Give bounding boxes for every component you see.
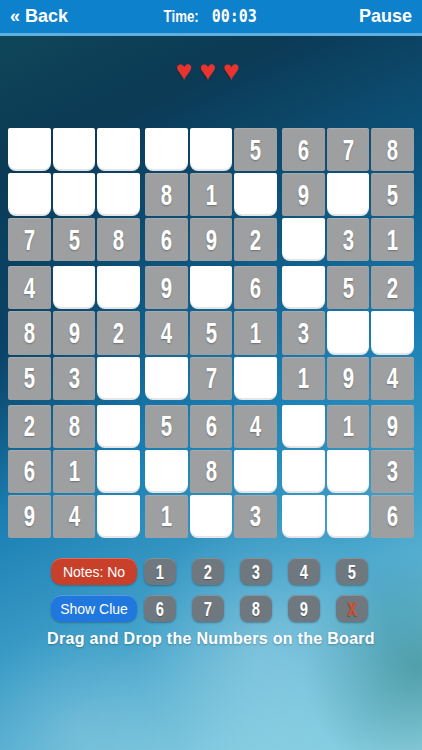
- cell-digit: 1: [387, 223, 398, 257]
- cell-digit: 3: [342, 223, 353, 257]
- number-button-label: 2: [204, 560, 212, 584]
- number-button-label: 3: [252, 560, 260, 584]
- cell-r8c5[interactable]: 8: [190, 450, 233, 493]
- cell-digit: 9: [298, 178, 309, 212]
- cell-r2c8[interactable]: [327, 173, 370, 216]
- cell-digit: 1: [342, 409, 353, 443]
- cell-digit: 9: [387, 409, 398, 443]
- cell-r6c3[interactable]: [97, 357, 140, 400]
- cell-r4c4[interactable]: 9: [145, 266, 188, 309]
- cell-r6c8[interactable]: 9: [327, 357, 370, 400]
- cell-r5c4[interactable]: 4: [145, 311, 188, 354]
- number-button-6[interactable]: 6: [144, 595, 176, 622]
- cell-r2c4[interactable]: 8: [145, 173, 188, 216]
- cell-digit: 8: [68, 409, 79, 443]
- cell-digit: 8: [161, 178, 172, 212]
- cell-r2c9[interactable]: 5: [371, 173, 414, 216]
- lives-hearts: ♥♥♥: [0, 54, 422, 88]
- cell-r6c9[interactable]: 4: [371, 357, 414, 400]
- cell-digit: 8: [205, 454, 216, 488]
- number-button-label: 7: [204, 597, 212, 621]
- cell-digit: 9: [161, 271, 172, 305]
- number-button-label: 1: [156, 560, 164, 584]
- cell-r3c1[interactable]: 7: [8, 218, 51, 261]
- cell-digit: 4: [161, 316, 172, 350]
- number-button-3[interactable]: 3: [240, 558, 272, 585]
- time-value: 00:03: [211, 0, 256, 34]
- cell-digit: 6: [205, 409, 216, 443]
- cell-r6c2[interactable]: 3: [53, 357, 96, 400]
- cell-r1c3[interactable]: [97, 128, 140, 171]
- show-clue-button[interactable]: Show Clue: [51, 595, 137, 622]
- cell-r1c9[interactable]: 8: [371, 128, 414, 171]
- number-pad-row-2: 6789X: [144, 595, 368, 622]
- cell-r5c2[interactable]: 9: [53, 311, 96, 354]
- cell-digit: 1: [68, 454, 79, 488]
- cell-r4c8[interactable]: 5: [327, 266, 370, 309]
- board-box-4: 489253: [8, 266, 140, 399]
- cell-r1c6[interactable]: 5: [234, 128, 277, 171]
- cell-digit: 2: [24, 409, 35, 443]
- cell-r4c3[interactable]: [97, 266, 140, 309]
- cell-digit: 6: [298, 133, 309, 167]
- number-button-2[interactable]: 2: [192, 558, 224, 585]
- notes-toggle-button[interactable]: Notes: No: [51, 558, 137, 585]
- pause-button[interactable]: Pause: [359, 0, 412, 33]
- cell-r3c5[interactable]: 9: [190, 218, 233, 261]
- cell-r9c5[interactable]: [190, 495, 233, 538]
- cell-r5c8[interactable]: [327, 311, 370, 354]
- cell-digit: 5: [250, 133, 261, 167]
- top-bar: « Back Time: 00:03 Pause: [0, 0, 422, 36]
- cell-digit: 2: [113, 316, 124, 350]
- sudoku-app-screen: « Back Time: 00:03 Pause ♥♥♥ 75858169267…: [0, 0, 422, 750]
- number-button-7[interactable]: 7: [192, 595, 224, 622]
- cell-r2c2[interactable]: [53, 173, 96, 216]
- cell-r7c4[interactable]: 5: [145, 405, 188, 448]
- board-box-5: 964517: [145, 266, 277, 399]
- cell-r3c6[interactable]: 2: [234, 218, 277, 261]
- cell-digit: 4: [250, 409, 261, 443]
- cell-r4c5[interactable]: [190, 266, 233, 309]
- board-box-6: 523194: [282, 266, 414, 399]
- cell-r3c8[interactable]: 3: [327, 218, 370, 261]
- cell-r3c3[interactable]: 8: [97, 218, 140, 261]
- cell-r6c4[interactable]: [145, 357, 188, 400]
- cell-r1c5[interactable]: [190, 128, 233, 171]
- heart-icon: ♥: [176, 55, 200, 86]
- number-button-4[interactable]: 4: [288, 558, 320, 585]
- cell-r8c8[interactable]: [327, 450, 370, 493]
- cell-r9c9[interactable]: 6: [371, 495, 414, 538]
- cell-r9c1[interactable]: 9: [8, 495, 51, 538]
- cell-r5c1[interactable]: 8: [8, 311, 51, 354]
- cell-r9c6[interactable]: 3: [234, 495, 277, 538]
- drag-drop-hint: Drag and Drop the Numbers on the Board: [0, 630, 422, 648]
- cell-r8c2[interactable]: 1: [53, 450, 96, 493]
- sudoku-board: 7585816926789531489253964517523194286194…: [8, 128, 414, 538]
- cell-digit: 9: [68, 316, 79, 350]
- timer: Time: 00:03: [159, 0, 260, 33]
- cell-r4c1[interactable]: 4: [8, 266, 51, 309]
- cell-digit: 7: [24, 223, 35, 257]
- heart-icon: ♥: [223, 55, 247, 86]
- cell-r8c3[interactable]: [97, 450, 140, 493]
- cell-digit: 1: [161, 499, 172, 533]
- cell-r1c4[interactable]: [145, 128, 188, 171]
- cell-r6c5[interactable]: 7: [190, 357, 233, 400]
- number-button-8[interactable]: 8: [240, 595, 272, 622]
- cell-r1c7[interactable]: 6: [282, 128, 325, 171]
- cell-digit: 1: [250, 316, 261, 350]
- cell-r7c2[interactable]: 8: [53, 405, 96, 448]
- cell-r5c5[interactable]: 5: [190, 311, 233, 354]
- cell-r7c8[interactable]: 1: [327, 405, 370, 448]
- number-button-5[interactable]: 5: [336, 558, 368, 585]
- cell-r1c1[interactable]: [8, 128, 51, 171]
- number-button-label: 8: [252, 597, 260, 621]
- cell-r1c8[interactable]: 7: [327, 128, 370, 171]
- heart-icon: ♥: [199, 55, 223, 86]
- board-box-2: 581692: [145, 128, 277, 261]
- cell-r9c2[interactable]: 4: [53, 495, 96, 538]
- cell-r7c6[interactable]: 4: [234, 405, 277, 448]
- cell-r6c6[interactable]: [234, 357, 277, 400]
- cell-r9c7[interactable]: [282, 495, 325, 538]
- board-box-3: 6789531: [282, 128, 414, 261]
- cell-digit: 9: [205, 223, 216, 257]
- cell-digit: 6: [161, 223, 172, 257]
- cell-r8c1[interactable]: 6: [8, 450, 51, 493]
- cell-digit: 9: [24, 499, 35, 533]
- cell-r4c2[interactable]: [53, 266, 96, 309]
- cell-digit: 9: [342, 361, 353, 395]
- cell-digit: 2: [250, 223, 261, 257]
- cell-r9c8[interactable]: [327, 495, 370, 538]
- cell-r8c9[interactable]: 3: [371, 450, 414, 493]
- cell-digit: 5: [24, 361, 35, 395]
- board-box-7: 286194: [8, 405, 140, 538]
- cell-r2c6[interactable]: [234, 173, 277, 216]
- cell-digit: 5: [68, 223, 79, 257]
- cell-r3c7[interactable]: [282, 218, 325, 261]
- cell-r1c2[interactable]: [53, 128, 96, 171]
- cell-r2c1[interactable]: [8, 173, 51, 216]
- cell-digit: 4: [24, 271, 35, 305]
- cell-digit: 8: [113, 223, 124, 257]
- cell-r5c3[interactable]: 2: [97, 311, 140, 354]
- cell-r8c7[interactable]: [282, 450, 325, 493]
- cell-digit: 4: [387, 361, 398, 395]
- cell-digit: 4: [68, 499, 79, 533]
- delete-x-icon: X: [347, 597, 357, 621]
- cell-r9c4[interactable]: 1: [145, 495, 188, 538]
- cell-r4c6[interactable]: 6: [234, 266, 277, 309]
- cell-digit: 2: [387, 271, 398, 305]
- cell-digit: 1: [205, 178, 216, 212]
- cell-digit: 6: [387, 499, 398, 533]
- cell-digit: 5: [205, 316, 216, 350]
- cell-r9c3[interactable]: [97, 495, 140, 538]
- cell-r7c5[interactable]: 6: [190, 405, 233, 448]
- cell-digit: 3: [250, 499, 261, 533]
- delete-button[interactable]: X: [336, 595, 368, 622]
- cell-r7c7[interactable]: [282, 405, 325, 448]
- number-button-label: 5: [348, 560, 356, 584]
- cell-r7c1[interactable]: 2: [8, 405, 51, 448]
- cell-digit: 6: [24, 454, 35, 488]
- cell-r2c5[interactable]: 1: [190, 173, 233, 216]
- cell-r3c2[interactable]: 5: [53, 218, 96, 261]
- cell-r6c7[interactable]: 1: [282, 357, 325, 400]
- number-button-label: 9: [300, 597, 308, 621]
- cell-r7c3[interactable]: [97, 405, 140, 448]
- number-pad-row-1: 12345: [144, 558, 368, 585]
- cell-r5c7[interactable]: 3: [282, 311, 325, 354]
- cell-digit: 8: [24, 316, 35, 350]
- cell-r3c4[interactable]: 6: [145, 218, 188, 261]
- board-box-1: 758: [8, 128, 140, 261]
- cell-r6c1[interactable]: 5: [8, 357, 51, 400]
- cell-r5c9[interactable]: [371, 311, 414, 354]
- board-box-8: 564813: [145, 405, 277, 538]
- cell-digit: 1: [298, 361, 309, 395]
- cell-r8c6[interactable]: [234, 450, 277, 493]
- board-box-9: 1936: [282, 405, 414, 538]
- cell-r3c9[interactable]: 1: [371, 218, 414, 261]
- cell-digit: 3: [68, 361, 79, 395]
- cell-digit: 6: [250, 271, 261, 305]
- cell-r2c3[interactable]: [97, 173, 140, 216]
- time-label: Time:: [164, 0, 199, 33]
- cell-digit: 3: [298, 316, 309, 350]
- cell-digit: 7: [205, 361, 216, 395]
- number-button-label: 4: [300, 560, 308, 584]
- cell-r4c7[interactable]: [282, 266, 325, 309]
- cell-digit: 8: [387, 133, 398, 167]
- cell-digit: 7: [342, 133, 353, 167]
- number-button-9[interactable]: 9: [288, 595, 320, 622]
- cell-digit: 3: [387, 454, 398, 488]
- cell-digit: 5: [342, 271, 353, 305]
- cell-r7c9[interactable]: 9: [371, 405, 414, 448]
- cell-digit: 5: [387, 178, 398, 212]
- cell-r4c9[interactable]: 2: [371, 266, 414, 309]
- cell-r8c4[interactable]: [145, 450, 188, 493]
- number-button-label: 6: [156, 597, 164, 621]
- number-button-1[interactable]: 1: [144, 558, 176, 585]
- cell-r2c7[interactable]: 9: [282, 173, 325, 216]
- back-button[interactable]: « Back: [10, 0, 68, 33]
- cell-r5c6[interactable]: 1: [234, 311, 277, 354]
- cell-digit: 5: [161, 409, 172, 443]
